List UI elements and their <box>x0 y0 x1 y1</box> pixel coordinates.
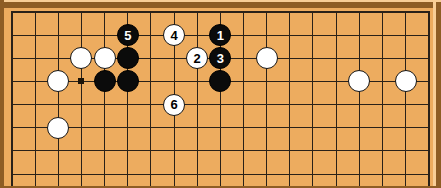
move-number-label: 3 <box>217 52 224 65</box>
white-stone <box>395 70 417 92</box>
grid-line-vertical <box>197 11 198 188</box>
black-stone <box>94 70 116 92</box>
move-number-label: 4 <box>170 29 177 42</box>
grid-line-horizontal <box>11 11 430 13</box>
board-frame-right-shadow <box>436 2 441 188</box>
go-board: 541236 <box>0 0 441 188</box>
move-number-label: 6 <box>170 98 177 111</box>
grid-line-horizontal <box>11 150 430 151</box>
black-stone: 5 <box>117 24 139 46</box>
grid-line-vertical <box>150 11 151 188</box>
grid-line-vertical <box>312 11 313 188</box>
grid-line-vertical <box>243 11 244 188</box>
grid-line-vertical <box>359 11 360 188</box>
hoshi-marker <box>78 78 84 84</box>
board-frame-top-shadow <box>0 2 441 8</box>
grid-line-vertical <box>382 11 383 188</box>
move-number-label: 2 <box>194 52 201 65</box>
black-stone <box>117 70 139 92</box>
move-number-label: 1 <box>217 29 224 42</box>
white-stone <box>256 47 278 69</box>
black-stone <box>209 70 231 92</box>
grid-line-vertical <box>336 11 337 188</box>
grid-line-vertical <box>289 11 290 188</box>
black-stone <box>117 47 139 69</box>
white-stone <box>47 117 69 139</box>
black-stone: 3 <box>209 47 231 69</box>
grid-line-vertical <box>35 11 36 188</box>
go-diagram: 541236 <box>0 0 441 188</box>
grid-line-horizontal <box>11 127 430 128</box>
white-stone <box>348 70 370 92</box>
black-stone: 1 <box>209 24 231 46</box>
white-stone <box>94 47 116 69</box>
grid-line-vertical <box>104 11 105 188</box>
grid-line-vertical <box>81 11 82 188</box>
white-stone <box>47 70 69 92</box>
board-frame-left-shadow <box>0 0 4 188</box>
white-stone: 6 <box>163 94 185 116</box>
grid-line-vertical <box>266 11 267 188</box>
board-frame-bottom-shadow <box>0 186 441 188</box>
grid-line-vertical <box>11 11 13 188</box>
white-stone <box>70 47 92 69</box>
grid-line-vertical <box>58 11 59 188</box>
grid-line-horizontal <box>11 174 430 175</box>
grid-line-horizontal <box>11 104 430 105</box>
white-stone: 4 <box>163 24 185 46</box>
grid-line-vertical <box>428 11 430 188</box>
grid-line-vertical <box>405 11 406 188</box>
move-number-label: 5 <box>124 29 131 42</box>
white-stone: 2 <box>186 47 208 69</box>
